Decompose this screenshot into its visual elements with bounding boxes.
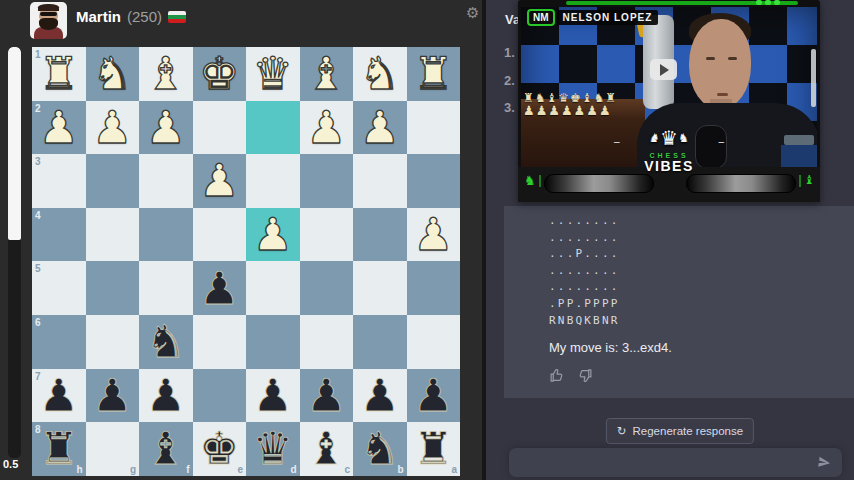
green-dot-3 — [774, 0, 780, 5]
green-knight-icon: ♞ — [524, 173, 536, 188]
square-d8[interactable]: d♛ — [246, 422, 300, 476]
square-c2[interactable]: ♟ — [300, 101, 354, 155]
green-divider-right — [799, 175, 801, 187]
player-name: Martin — [76, 8, 121, 25]
square-f5[interactable] — [139, 261, 193, 315]
chess-vibes-logo: ‒ ‒ ♞♛♞ CHESS VIBES — [626, 126, 712, 174]
rank-label-7: 7 — [35, 371, 41, 382]
green-dot-2 — [765, 0, 771, 5]
square-a4[interactable]: ♟ — [407, 208, 461, 262]
square-g2[interactable]: ♟ — [86, 101, 140, 155]
assistant-message: ...................P....................… — [504, 206, 854, 398]
square-g5[interactable] — [86, 261, 140, 315]
white-pawn-d4[interactable]: ♟ — [253, 208, 293, 261]
square-c8[interactable]: c♝ — [300, 422, 354, 476]
square-d1[interactable]: ♛ — [246, 47, 300, 101]
square-a8[interactable]: a♜ — [407, 422, 461, 476]
square-e4[interactable] — [193, 208, 247, 262]
square-b1[interactable]: ♞ — [353, 47, 407, 101]
white-queen-d1[interactable]: ♛ — [253, 47, 293, 100]
file-label-d: d — [290, 464, 296, 475]
white-knight-g1[interactable]: ♞ — [92, 47, 132, 100]
avatar-sunglasses — [40, 12, 57, 16]
square-f8[interactable]: f♝ — [139, 422, 193, 476]
rank-label-1: 1 — [35, 49, 41, 60]
evaluation-bar — [8, 47, 21, 458]
black-pawn-d7[interactable]: ♟ — [253, 369, 293, 422]
play-button-icon[interactable] — [650, 59, 677, 80]
square-b3[interactable] — [353, 154, 407, 208]
white-pawn-a4[interactable]: ♟ — [413, 208, 453, 261]
white-pawn-c2[interactable]: ♟ — [306, 101, 346, 154]
square-d2[interactable] — [246, 101, 300, 155]
regenerate-icon: ↻ — [617, 424, 627, 438]
square-h2[interactable]: 2♟ — [32, 101, 86, 155]
square-b5[interactable] — [353, 261, 407, 315]
light-strip — [811, 49, 816, 107]
white-pawn-f2[interactable]: ♟ — [146, 101, 186, 154]
file-label-h: h — [76, 464, 82, 475]
app-window: Martin (250) ⚙ 0.5 1♜♞♝♚♛♝♞♜2♟♟♟♟♟3♟4♟♟5… — [0, 0, 854, 480]
rank-label-4: 4 — [35, 210, 41, 221]
square-f2[interactable]: ♟ — [139, 101, 193, 155]
square-g7[interactable]: ♟ — [86, 369, 140, 423]
thumbs-up-icon[interactable] — [549, 367, 566, 388]
white-knight-b1[interactable]: ♞ — [360, 47, 400, 100]
audio-level-strip — [566, 1, 798, 5]
physical-pieces-row2: ♟♟♟♟♟♟♟ — [523, 103, 643, 118]
square-e3[interactable]: ♟ — [193, 154, 247, 208]
file-label-g: g — [130, 464, 136, 475]
rank-label-3: 3 — [35, 156, 41, 167]
square-f6[interactable]: ♞ — [139, 315, 193, 369]
white-rook-a1[interactable]: ♜ — [413, 47, 453, 100]
black-pawn-g7[interactable]: ♟ — [92, 369, 132, 422]
white-king-e1[interactable]: ♚ — [199, 47, 239, 100]
black-rook-a8[interactable]: ♜ — [413, 422, 453, 475]
black-king-e8[interactable]: ♚ — [199, 422, 239, 475]
square-b7[interactable]: ♟ — [353, 369, 407, 423]
chat-list-number-1: 1. — [504, 45, 515, 60]
white-bishop-c1[interactable]: ♝ — [306, 47, 346, 100]
black-pawn-a7[interactable]: ♟ — [413, 369, 453, 422]
file-label-f: f — [186, 464, 189, 475]
square-a3[interactable] — [407, 154, 461, 208]
square-d5[interactable] — [246, 261, 300, 315]
black-queen-d8[interactable]: ♛ — [253, 422, 293, 475]
chess-board[interactable]: 1♜♞♝♚♛♝♞♜2♟♟♟♟♟3♟4♟♟5♟6♞7♟♟♟♟♟♟♟8h♜gf♝e♚… — [32, 47, 460, 476]
desk-item-blue — [781, 145, 817, 167]
square-f4[interactable] — [139, 208, 193, 262]
white-pawn-g2[interactable]: ♟ — [92, 101, 132, 154]
file-label-e: e — [237, 464, 243, 475]
evaluation-value: 0.5 — [3, 458, 18, 470]
square-d3[interactable] — [246, 154, 300, 208]
square-f1[interactable]: ♝ — [139, 47, 193, 101]
green-bishop-icon: ♝ — [804, 173, 815, 187]
rank-label-2: 2 — [35, 103, 41, 114]
black-bishop-f8[interactable]: ♝ — [146, 422, 186, 475]
black-knight-b8[interactable]: ♞ — [360, 422, 400, 475]
square-e2[interactable] — [193, 101, 247, 155]
logo-knight-left-icon: ♞ — [649, 126, 660, 150]
black-knight-f6[interactable]: ♞ — [146, 315, 186, 368]
square-e7[interactable] — [193, 369, 247, 423]
square-d4[interactable]: ♟ — [246, 208, 300, 262]
black-pawn-f7[interactable]: ♟ — [146, 369, 186, 422]
progress-pill-right[interactable] — [686, 174, 796, 193]
square-c4[interactable] — [300, 208, 354, 262]
white-pawn-b2[interactable]: ♟ — [360, 101, 400, 154]
avatar-beard — [39, 18, 58, 30]
square-a6[interactable] — [407, 315, 461, 369]
square-g8[interactable]: g — [86, 422, 140, 476]
black-bishop-c8[interactable]: ♝ — [306, 422, 346, 475]
chat-input[interactable] — [509, 448, 842, 477]
chat-list-number-2: 2. — [504, 73, 515, 88]
square-f3[interactable] — [139, 154, 193, 208]
square-c7[interactable]: ♟ — [300, 369, 354, 423]
square-a7[interactable]: ♟ — [407, 369, 461, 423]
desk-item-top — [784, 135, 814, 145]
logo-queen-icon: ♛ — [660, 126, 678, 150]
square-e8[interactable]: e♚ — [193, 422, 247, 476]
white-pawn-e3[interactable]: ♟ — [199, 154, 239, 207]
square-a2[interactable] — [407, 101, 461, 155]
streamer-badge: NM NELSON LOPEZ — [527, 9, 658, 26]
white-rook-h1[interactable]: ♜ — [39, 47, 79, 100]
square-b2[interactable]: ♟ — [353, 101, 407, 155]
square-d7[interactable]: ♟ — [246, 369, 300, 423]
square-g6[interactable] — [86, 315, 140, 369]
black-pawn-e5[interactable]: ♟ — [199, 262, 239, 315]
rank-label-6: 6 — [35, 317, 41, 328]
feedback-row — [549, 367, 593, 388]
assistant-move-text: My move is: 3...exd4. — [549, 340, 672, 355]
square-d6[interactable] — [246, 315, 300, 369]
square-e5[interactable]: ♟ — [193, 261, 247, 315]
square-g1[interactable]: ♞ — [86, 47, 140, 101]
player-rating: (250) — [127, 8, 162, 25]
green-divider-left — [539, 175, 541, 187]
square-g3[interactable] — [86, 154, 140, 208]
logo-vibes-text: VIBES — [626, 159, 712, 174]
nm-title-badge: NM — [527, 9, 555, 26]
black-rook-h8[interactable]: ♜ — [39, 422, 79, 475]
logo-dash-left: ‒ — [614, 136, 620, 147]
square-e6[interactable] — [193, 315, 247, 369]
streamer-eye-right — [728, 57, 737, 60]
black-pawn-b7[interactable]: ♟ — [360, 369, 400, 422]
square-g4[interactable] — [86, 208, 140, 262]
square-b6[interactable] — [353, 315, 407, 369]
black-pawn-h7[interactable]: ♟ — [39, 369, 79, 422]
square-h4[interactable]: 4 — [32, 208, 86, 262]
evaluation-bar-white — [8, 47, 21, 240]
square-c5[interactable] — [300, 261, 354, 315]
black-pawn-c7[interactable]: ♟ — [306, 369, 346, 422]
file-label-a: a — [451, 464, 457, 475]
square-h7[interactable]: 7♟ — [32, 369, 86, 423]
streamer-mouth — [717, 93, 728, 96]
rank-label-8: 8 — [35, 424, 41, 435]
progress-pill-left[interactable] — [544, 174, 654, 193]
chat-panel: Va 1. 2. 3. ...................P........… — [482, 0, 854, 480]
green-dot-1 — [756, 0, 762, 5]
square-h3[interactable]: 3 — [32, 154, 86, 208]
streamer-name: NELSON LOPEZ — [557, 10, 659, 25]
square-a5[interactable] — [407, 261, 461, 315]
regenerate-label: Regenerate response — [633, 425, 744, 437]
thumbs-down-icon[interactable] — [576, 367, 593, 388]
square-b4[interactable] — [353, 208, 407, 262]
white-pawn-h2[interactable]: ♟ — [39, 101, 79, 154]
square-e1[interactable]: ♚ — [193, 47, 247, 101]
square-h1[interactable]: 1♜ — [32, 47, 86, 101]
square-b8[interactable]: b♞ — [353, 422, 407, 476]
chat-list-number-3: 3. — [504, 100, 515, 115]
file-label-c: c — [344, 464, 350, 475]
white-bishop-f1[interactable]: ♝ — [146, 47, 186, 100]
square-c3[interactable] — [300, 154, 354, 208]
logo-knight-right-icon: ♞ — [678, 131, 689, 145]
square-c6[interactable] — [300, 315, 354, 369]
video-overlay[interactable]: NM NELSON LOPEZ ♜♞♝♛♚♝♞♜ ♟♟♟♟♟♟♟ — [518, 0, 820, 202]
logo-dash-right: ‒ — [718, 136, 724, 147]
bulgaria-flag-icon — [168, 11, 186, 23]
send-icon[interactable] — [817, 455, 832, 474]
logo-pieces: ♞♛♞ — [626, 126, 712, 152]
square-h6[interactable]: 6 — [32, 315, 86, 369]
rank-label-5: 5 — [35, 263, 41, 274]
square-f7[interactable]: ♟ — [139, 369, 193, 423]
file-label-b: b — [397, 464, 403, 475]
player-info: Martin (250) — [76, 8, 186, 25]
avatar-hair — [38, 4, 59, 11]
square-a1[interactable]: ♜ — [407, 47, 461, 101]
regenerate-response-button[interactable]: ↻ Regenerate response — [606, 418, 754, 444]
settings-gear-icon[interactable]: ⚙ — [466, 4, 479, 22]
avatar[interactable] — [30, 2, 67, 39]
square-h5[interactable]: 5 — [32, 261, 86, 315]
square-h8[interactable]: 8h♜ — [32, 422, 86, 476]
square-c1[interactable]: ♝ — [300, 47, 354, 101]
ascii-board: ...................P....................… — [549, 213, 620, 329]
streamer-eye-left — [706, 57, 715, 60]
